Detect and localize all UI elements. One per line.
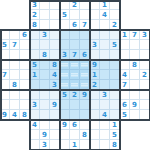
cell-r7c1[interactable]: [0, 60, 10, 70]
cell-r11c14[interactable]: 9: [130, 100, 140, 110]
cell-r13c10[interactable]: [90, 120, 100, 130]
cell-r1c14: [130, 0, 140, 10]
cell-r5c14[interactable]: [130, 40, 140, 50]
cell-r1c1: [0, 0, 10, 10]
cell-r1c10[interactable]: [90, 0, 100, 10]
cell-r10c1[interactable]: [0, 90, 10, 100]
cell-r2c8[interactable]: [70, 10, 80, 20]
sudoku-cell-grid: 3212548672631735735837658987141428327529…: [0, 0, 150, 150]
cell-r10c2[interactable]: [10, 90, 20, 100]
cell-r14c7[interactable]: [60, 130, 70, 140]
cell-r11c11[interactable]: [100, 100, 110, 110]
cell-r4c4[interactable]: [30, 30, 40, 40]
cell-r13c15: [140, 120, 150, 130]
cell-r7c4[interactable]: 5: [30, 60, 40, 70]
cell-r13c14: [130, 120, 140, 130]
cell-r10c14[interactable]: [130, 90, 140, 100]
cell-r1c8[interactable]: 2: [70, 0, 80, 10]
cell-r13c13: [120, 120, 130, 130]
cell-r5c2[interactable]: 7: [10, 40, 20, 50]
cell-r8c13[interactable]: 4: [120, 70, 130, 80]
cell-r14c4[interactable]: [30, 130, 40, 140]
cell-r5c4[interactable]: [30, 40, 40, 50]
grid-border-line: [119, 0, 121, 150]
cell-r7c2[interactable]: [10, 60, 20, 70]
cell-r8c2[interactable]: [10, 70, 20, 80]
cell-r8c8[interactable]: [70, 70, 80, 80]
cell-r2c15: [140, 10, 150, 20]
cell-r10c10[interactable]: [90, 90, 100, 100]
cell-r13c11[interactable]: [100, 120, 110, 130]
cell-r8c5[interactable]: [40, 70, 50, 80]
cell-r1c7[interactable]: [60, 0, 70, 10]
cell-r1c4[interactable]: 3: [30, 0, 40, 10]
cell-r5c5[interactable]: [40, 40, 50, 50]
cell-r8c1[interactable]: 7: [0, 70, 10, 80]
grid-border-line: [0, 30, 2, 120]
cell-r4c1[interactable]: [0, 30, 10, 40]
cell-r4c7[interactable]: [60, 30, 70, 40]
cell-r7c10[interactable]: 9: [90, 60, 100, 70]
cell-r11c13[interactable]: 6: [120, 100, 130, 110]
cell-r5c13[interactable]: [120, 40, 130, 50]
cell-r7c14[interactable]: 8: [130, 60, 140, 70]
cell-r10c7[interactable]: 5: [60, 90, 70, 100]
cell-r11c4[interactable]: 3: [30, 100, 40, 110]
cell-r8c4[interactable]: 1: [30, 70, 40, 80]
grid-border-line: [149, 30, 151, 120]
cell-r15c15: [140, 140, 150, 150]
cell-r13c7[interactable]: 9: [60, 120, 70, 130]
cell-r4c2[interactable]: [10, 30, 20, 40]
cell-r2c5[interactable]: [40, 10, 50, 20]
cell-r14c11[interactable]: [100, 130, 110, 140]
cell-r5c11[interactable]: [100, 40, 110, 50]
cell-r4c10[interactable]: [90, 30, 100, 40]
cell-r11c8[interactable]: [70, 100, 80, 110]
cell-r7c7[interactable]: [60, 60, 70, 70]
cell-r14c8[interactable]: [70, 130, 80, 140]
cell-r8c14[interactable]: [130, 70, 140, 80]
cell-r15c1: [0, 140, 10, 150]
cell-r10c4[interactable]: [30, 90, 40, 100]
grid-border-line: [30, 149, 120, 151]
cell-r8c11[interactable]: [100, 70, 110, 80]
cell-r1c5[interactable]: [40, 0, 50, 10]
cell-r5c1[interactable]: 5: [0, 40, 10, 50]
cell-r2c14: [130, 10, 140, 20]
cell-r1c13: [120, 0, 130, 10]
cell-r1c2: [10, 0, 20, 10]
cell-r15c13: [120, 140, 130, 150]
cell-r5c7[interactable]: [60, 40, 70, 50]
cell-r13c8[interactable]: 6: [70, 120, 80, 130]
cell-r7c5[interactable]: [40, 60, 50, 70]
grid-border-line: [0, 119, 150, 121]
cell-r1c15: [140, 0, 150, 10]
cell-r10c8[interactable]: 2: [70, 90, 80, 100]
cell-r14c15: [140, 130, 150, 140]
cell-r15c2: [10, 140, 20, 150]
cell-r11c5[interactable]: [40, 100, 50, 110]
cell-r4c8[interactable]: [70, 30, 80, 40]
cell-r5c8[interactable]: [70, 40, 80, 50]
cell-r7c11[interactable]: [100, 60, 110, 70]
cell-r1c11[interactable]: 1: [100, 0, 110, 10]
cell-r14c5[interactable]: 9: [40, 130, 50, 140]
cell-r13c4[interactable]: 4: [30, 120, 40, 130]
cell-r4c5[interactable]: 3: [40, 30, 50, 40]
cell-r7c13[interactable]: [120, 60, 130, 70]
cell-r4c14[interactable]: 7: [130, 30, 140, 40]
cell-r4c11[interactable]: [100, 30, 110, 40]
cell-r10c5[interactable]: [40, 90, 50, 100]
grid-border-line: [0, 89, 150, 91]
grid-border-line: [59, 0, 61, 150]
cell-r13c1: [0, 120, 10, 130]
grid-border-line: [0, 29, 150, 31]
cell-r11c7[interactable]: [60, 100, 70, 110]
cell-r11c2[interactable]: [10, 100, 20, 110]
flower-sudoku-board: 3212548672631735735837658987141428327529…: [0, 0, 150, 150]
grid-border-line: [29, 0, 31, 150]
cell-r7c8[interactable]: [70, 60, 80, 70]
grid-border-line: [0, 59, 150, 61]
grid-border-line: [89, 0, 91, 150]
cell-r11c10[interactable]: [90, 100, 100, 110]
cell-r2c11[interactable]: 4: [100, 10, 110, 20]
cell-r14c14: [130, 130, 140, 140]
cell-r8c10[interactable]: 1: [90, 70, 100, 80]
grid-border-line: [30, 0, 120, 2]
cell-r13c5[interactable]: [40, 120, 50, 130]
cell-r15c14: [130, 140, 140, 150]
cell-r10c11[interactable]: 3: [100, 90, 110, 100]
cell-r5c10[interactable]: 3: [90, 40, 100, 50]
cell-r2c13: [120, 10, 130, 20]
cell-r13c2: [10, 120, 20, 130]
cell-r2c2: [10, 10, 20, 20]
cell-r2c4[interactable]: 2: [30, 10, 40, 20]
cell-r4c13[interactable]: 1: [120, 30, 130, 40]
cell-r2c1: [0, 10, 10, 20]
cell-r10c13[interactable]: [120, 90, 130, 100]
cell-r14c10[interactable]: [90, 130, 100, 140]
cell-r14c13: [120, 130, 130, 140]
cell-r2c7[interactable]: 5: [60, 10, 70, 20]
cell-r2c10[interactable]: [90, 10, 100, 20]
cell-r14c2: [10, 130, 20, 140]
cell-r11c1[interactable]: [0, 100, 10, 110]
cell-r8c7[interactable]: [60, 70, 70, 80]
cell-r14c1: [0, 130, 10, 140]
